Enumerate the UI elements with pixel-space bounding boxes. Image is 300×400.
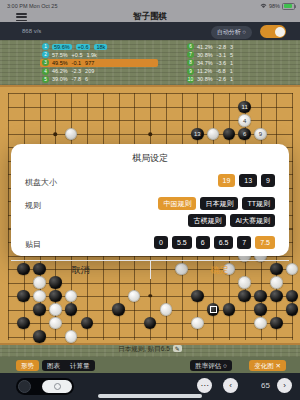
- candidate-win: 30.8%: [197, 52, 213, 58]
- komi-label: 贴目: [25, 236, 41, 250]
- candidate-score: -2.3: [72, 68, 81, 74]
- candidate-move-row[interactable]: 159.6%+0.618k: [40, 43, 158, 50]
- white-stone: [49, 317, 62, 330]
- control-bar: 形势 图表 计算量 胜率评估 ○ 变化图 ✕: [0, 357, 300, 373]
- confirm-button[interactable]: 确定: [150, 261, 289, 279]
- status-time: 3:00 PM Mon Oct 25: [7, 3, 57, 9]
- white-stone-icon: [42, 380, 72, 393]
- candidate-number: 2: [42, 51, 49, 58]
- prev-move-button[interactable]: ‹: [223, 378, 238, 393]
- rule-option-TT规则[interactable]: TT规则: [242, 197, 275, 210]
- game-settings-dialog: 棋局设定 棋盘大小 19139 规则 中国规则日本规则TT规则 古棋规则AI大赛…: [11, 144, 289, 256]
- rules-options-line2: 古棋规则AI大赛规则: [188, 214, 275, 227]
- size-option-13[interactable]: 13: [239, 174, 257, 187]
- candidate-visits: 977: [85, 60, 94, 66]
- edit-rules-icon[interactable]: ✎: [173, 345, 182, 352]
- candidate-score: +0.6: [76, 44, 91, 50]
- candidate-win: 46.2%: [52, 68, 68, 74]
- candidate-score: -3.1: [217, 52, 226, 58]
- candidate-move-row[interactable]: 730.8%-3.15: [185, 51, 265, 58]
- candidate-number: 8: [187, 59, 194, 66]
- candidate-win: 11.2%: [197, 68, 212, 74]
- candidate-number: 6: [187, 43, 194, 50]
- candidate-score: +0.5: [72, 52, 83, 58]
- move-number: 65: [261, 381, 270, 390]
- engine-bar: 868 v/s 自动分析 ○: [0, 22, 300, 40]
- black-stone: [33, 303, 46, 316]
- black-stone: [223, 128, 236, 141]
- candidate-number: 5: [42, 76, 49, 83]
- candidate-win: 34.7%: [197, 60, 213, 66]
- next-move-button[interactable]: ›: [277, 378, 292, 393]
- white-stone: [207, 128, 220, 141]
- black-stone: [191, 290, 204, 303]
- black-stone: [286, 290, 299, 303]
- black-stone: [144, 317, 157, 330]
- candidate-visits: 1: [230, 68, 233, 74]
- white-stone: [33, 290, 46, 303]
- white-stone: [65, 128, 78, 141]
- candidate-move-row[interactable]: 834.7%-3.61: [185, 59, 265, 66]
- black-stone: [286, 303, 299, 316]
- white-stone: [254, 317, 267, 330]
- size-option-9[interactable]: 9: [261, 174, 275, 187]
- winrate-button[interactable]: 胜率评估 ○: [190, 360, 232, 371]
- komi-option-7[interactable]: 7: [237, 236, 251, 249]
- white-stone: [65, 330, 78, 343]
- dialog-title: 棋局设定: [11, 144, 289, 165]
- candidate-move-row[interactable]: 1030.8%-2.61: [185, 76, 265, 83]
- candidate-move-row[interactable]: 641.2%-2.83: [185, 43, 265, 50]
- candidate-win: 57.5%: [52, 52, 68, 58]
- candidate-move-row[interactable]: 911.2%-6.81: [185, 68, 265, 75]
- black-stone: [254, 303, 267, 316]
- komi-options: 05.566.577.5: [154, 236, 275, 249]
- komi-row: 贴目 05.566.577.5: [11, 236, 289, 250]
- board-size-label: 棋盘大小: [25, 174, 57, 188]
- home-indicator[interactable]: [98, 394, 202, 398]
- compute-button[interactable]: 计算量: [65, 360, 95, 371]
- candidate-score: -7.8: [72, 76, 81, 82]
- white-stone-move-9: 9: [254, 128, 267, 141]
- rules-caption: 日本规则, 贴目6.5✎: [0, 345, 300, 357]
- candidate-number: 1: [42, 43, 49, 50]
- candidate-win: 59.6%: [52, 44, 72, 50]
- board-size-row: 棋盘大小 19139: [11, 174, 289, 188]
- candidate-move-row[interactable]: 257.5%+0.51.9k: [40, 51, 158, 58]
- komi-option-7.5[interactable]: 7.5: [255, 236, 275, 249]
- white-stone: [65, 290, 78, 303]
- candidate-win: 49.5%: [52, 60, 68, 66]
- komi-option-6[interactable]: 6: [196, 236, 210, 249]
- header-bar: 3:00 PM Mon Oct 25 98% 智子围棋: [0, 0, 300, 22]
- candidate-visits: 18k: [94, 44, 107, 50]
- candidate-visits: 1: [230, 76, 233, 82]
- rule-option-古棋规则[interactable]: 古棋规则: [188, 214, 226, 227]
- candidate-visits: 209: [85, 68, 94, 74]
- black-stone: [238, 290, 251, 303]
- candidate-number: 4: [42, 68, 49, 75]
- black-stone: [270, 317, 283, 330]
- last-move-marker: [210, 306, 217, 313]
- candidate-win: 39.0%: [52, 76, 68, 82]
- candidate-score: -2.6: [217, 76, 226, 82]
- candidate-visits: 1.9k: [86, 52, 96, 58]
- black-stone: [207, 303, 220, 316]
- toggle-knob: [275, 27, 285, 37]
- chart-button[interactable]: 图表: [42, 360, 65, 371]
- rules-row: 规则 中国规则日本规则TT规则 古棋规则AI大赛规则: [11, 197, 289, 227]
- komi-option-5.5[interactable]: 5.5: [172, 236, 192, 249]
- candidate-move-row[interactable]: 539.0%-7.86: [40, 76, 158, 83]
- analysis-panel: 159.6%+0.618k257.5%+0.51.9k349.5%-0.1977…: [0, 40, 300, 85]
- view-mode-group: 图表 计算量: [42, 360, 95, 371]
- black-stone-move-11: 11: [238, 101, 251, 114]
- black-stone: [112, 303, 125, 316]
- nav-bar: 智子围棋: [0, 9, 300, 22]
- black-stone: [49, 290, 62, 303]
- black-stone: [270, 290, 283, 303]
- rules-caption-text: 日本规则, 贴目6.5: [118, 345, 170, 352]
- candidate-visits: 5: [230, 52, 233, 58]
- white-stone: [128, 290, 141, 303]
- rule-option-中国规则[interactable]: 中国规则: [158, 197, 196, 210]
- black-stone-move-6: 6: [238, 128, 251, 141]
- candidate-move-row[interactable]: 446.2%-2.3209: [40, 68, 158, 75]
- rule-option-AI大赛规则[interactable]: AI大赛规则: [230, 214, 275, 227]
- white-stone: [49, 303, 62, 316]
- candidate-score: -3.6: [217, 60, 226, 66]
- candidate-score: -6.8: [216, 68, 225, 74]
- analysis-toggle[interactable]: [260, 25, 286, 38]
- komi-option-6.5[interactable]: 6.5: [214, 236, 234, 249]
- dialog-footer: 取消 确定: [11, 260, 289, 279]
- engine-visits: 868 v/s: [22, 28, 41, 34]
- candidate-number: 10: [187, 76, 194, 83]
- analysis-column-right: 641.2%-2.83730.8%-3.15834.7%-3.61911.2%-…: [185, 43, 265, 83]
- auto-analysis-badge[interactable]: 自动分析 ○: [211, 26, 252, 39]
- candidate-score: -0.1: [72, 60, 81, 66]
- rules-label: 规则: [25, 197, 41, 211]
- candidate-visits: 6: [85, 76, 88, 82]
- candidate-win: 41.2%: [197, 44, 213, 50]
- candidate-win: 30.8%: [197, 76, 213, 82]
- board-size-options: 19139: [218, 174, 276, 187]
- black-stone: [254, 290, 267, 303]
- black-stone: [81, 317, 94, 330]
- black-stone: [33, 330, 46, 343]
- white-stone-move-4: 4: [238, 114, 251, 127]
- candidate-move-row[interactable]: 349.5%-0.1977: [40, 59, 158, 66]
- candidate-score: -2.8: [217, 44, 226, 50]
- situation-button[interactable]: 形势: [16, 360, 39, 371]
- more-button[interactable]: ⋯: [197, 378, 212, 393]
- black-stone: [223, 303, 236, 316]
- black-stone-move-13: 13: [191, 128, 204, 141]
- black-stone: [17, 317, 30, 330]
- candidate-visits: 3: [230, 44, 233, 50]
- rules-options-line1: 中国规则日本规则TT规则: [158, 197, 275, 210]
- black-stone: [65, 303, 78, 316]
- candidate-number: 7: [187, 51, 194, 58]
- size-option-19[interactable]: 19: [218, 174, 236, 187]
- white-stone: [160, 303, 173, 316]
- stone-color-toggle[interactable]: [16, 378, 74, 395]
- komi-option-0[interactable]: 0: [154, 236, 168, 249]
- black-stone: [17, 290, 30, 303]
- cancel-button[interactable]: 取消: [11, 261, 150, 279]
- black-stone-icon: [18, 380, 31, 393]
- rule-option-日本规则[interactable]: 日本规则: [200, 197, 238, 210]
- white-stone: [191, 317, 204, 330]
- candidate-visits: 1: [230, 60, 233, 66]
- variation-button[interactable]: 变化图 ✕: [249, 360, 286, 371]
- candidate-number: 3: [42, 59, 49, 66]
- candidate-number: 9: [187, 68, 194, 75]
- analysis-column-left: 159.6%+0.618k257.5%+0.51.9k349.5%-0.1977…: [40, 43, 158, 83]
